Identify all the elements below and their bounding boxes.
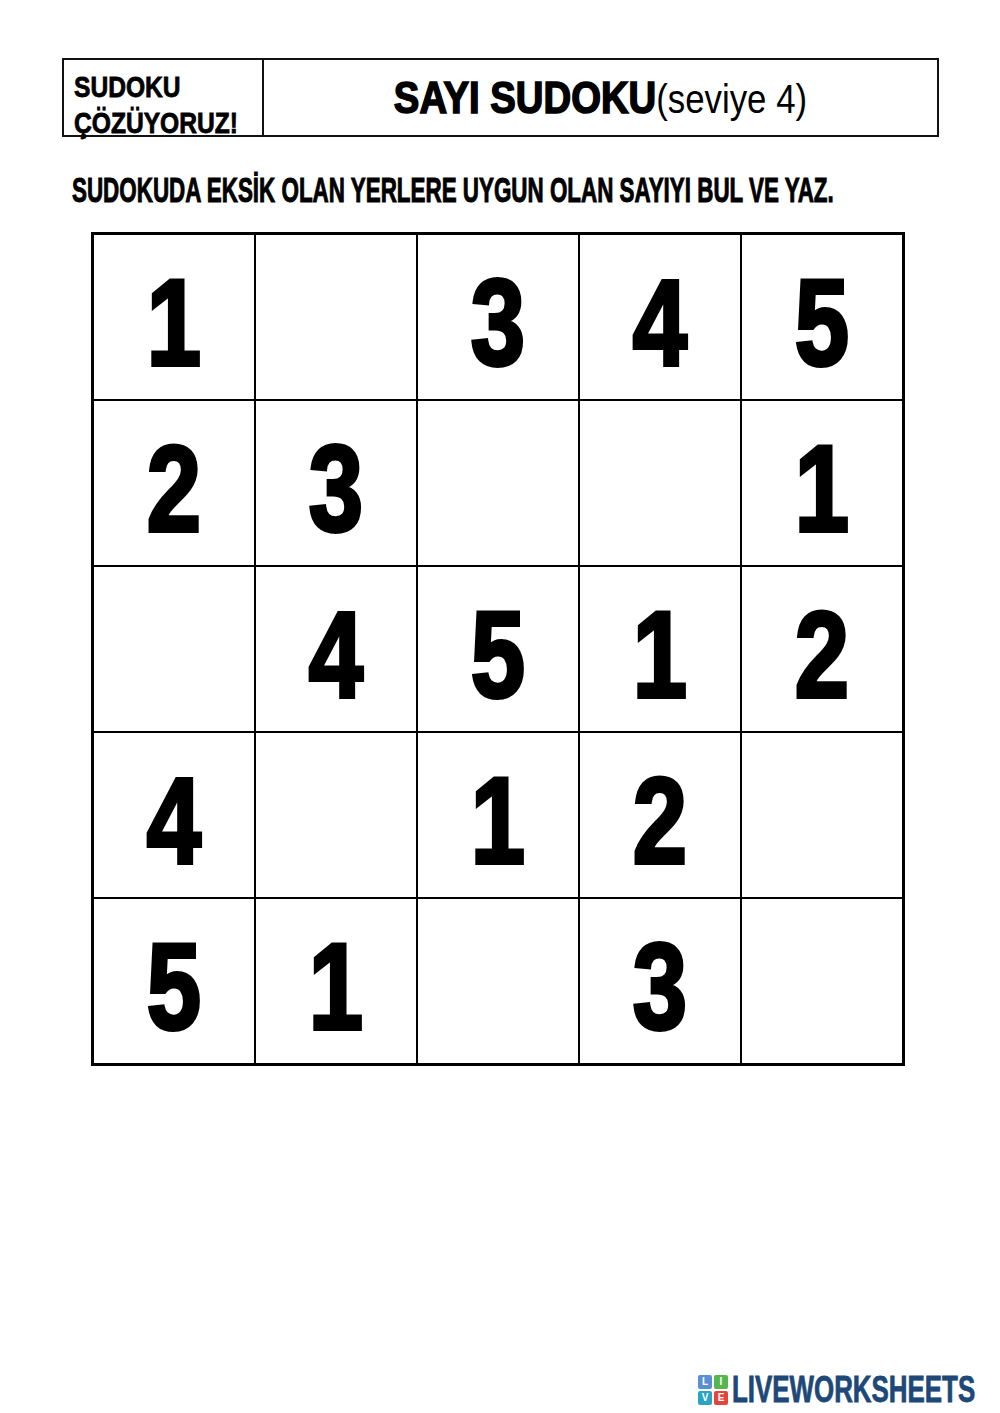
worksheet-page: SUDOKU ÇÖZÜYORUZ! SAYI SUDOKU(seviye 4) … [0, 0, 1000, 1413]
cell-digit: 4 [309, 594, 363, 716]
sudoku-cell-r1c4: 4 [580, 235, 740, 399]
sudoku-cell-r5c3[interactable] [418, 899, 578, 1063]
sudoku-cell-r2c5: 1 [742, 401, 902, 565]
sudoku-cell-r5c2: 1 [256, 899, 416, 1063]
cell-digit: 1 [795, 428, 849, 550]
sudoku-cell-r1c5: 5 [742, 235, 902, 399]
sudoku-cell-r2c4[interactable] [580, 401, 740, 565]
cell-digit: 2 [633, 760, 687, 882]
sudoku-cell-r5c5[interactable] [742, 899, 902, 1063]
cell-digit: 1 [633, 594, 687, 716]
sudoku-cell-r5c4: 3 [580, 899, 740, 1063]
sudoku-cell-r1c3: 3 [418, 235, 578, 399]
cell-digit: 1 [147, 262, 201, 384]
cell-digit: 1 [471, 760, 525, 882]
sudoku-cell-r2c3[interactable] [418, 401, 578, 565]
sudoku-cell-r3c2: 4 [256, 567, 416, 731]
sudoku-cell-r2c1: 2 [94, 401, 254, 565]
cell-digit: 5 [795, 262, 849, 384]
sudoku-cell-r4c4: 2 [580, 733, 740, 897]
sudoku-cell-r4c5[interactable] [742, 733, 902, 897]
badge-line1: SUDOKU [74, 67, 228, 103]
cell-digit: 5 [471, 594, 525, 716]
cell-digit: 1 [309, 926, 363, 1048]
sudoku-cell-r3c3: 5 [418, 567, 578, 731]
cell-digit: 3 [471, 262, 525, 384]
sudoku-cell-r1c2[interactable] [256, 235, 416, 399]
sudoku-cell-r3c5: 2 [742, 567, 902, 731]
title-main: SAYI SUDOKU [394, 73, 656, 122]
sudoku-grid: 13452314512412513 [91, 232, 905, 1066]
cell-digit: 4 [147, 760, 201, 882]
header-badge: SUDOKU ÇÖZÜYORUZ! [64, 60, 264, 135]
header-bar: SUDOKU ÇÖZÜYORUZ! SAYI SUDOKU(seviye 4) [62, 58, 939, 137]
cell-digit: 4 [633, 262, 687, 384]
worksheet-title: SAYI SUDOKU(seviye 4) [394, 73, 807, 123]
logo-square-i: I [714, 1375, 728, 1389]
badge-line2: ÇÖZÜYORUZ! [74, 103, 228, 139]
cell-digit: 2 [795, 594, 849, 716]
sudoku-cell-r5c1: 5 [94, 899, 254, 1063]
sudoku-cell-r2c2: 3 [256, 401, 416, 565]
cell-digit: 5 [147, 926, 201, 1048]
sudoku-cell-r4c3: 1 [418, 733, 578, 897]
title-level: (seviye 4) [656, 77, 807, 121]
cell-digit: 3 [309, 428, 363, 550]
sudoku-cell-r1c1: 1 [94, 235, 254, 399]
sudoku-cell-r4c2[interactable] [256, 733, 416, 897]
liveworksheets-logo[interactable]: LIVE LIVEWORKSHEETS [698, 1371, 1000, 1408]
liveworksheets-grid-icon: LIVE [698, 1375, 728, 1405]
brand-name: LIVEWORKSHEETS [732, 1371, 975, 1408]
logo-square-e: E [714, 1391, 728, 1405]
cell-digit: 2 [147, 428, 201, 550]
header-title-area: SAYI SUDOKU(seviye 4) [264, 60, 937, 135]
logo-square-l: L [698, 1375, 712, 1389]
logo-square-v: V [698, 1391, 712, 1405]
sudoku-cell-r3c1[interactable] [94, 567, 254, 731]
instruction-text: SUDOKUDA EKSİK OLAN YERLERE UYGUN OLAN S… [72, 172, 834, 207]
sudoku-cell-r4c1: 4 [94, 733, 254, 897]
cell-digit: 3 [633, 926, 687, 1048]
sudoku-cell-r3c4: 1 [580, 567, 740, 731]
